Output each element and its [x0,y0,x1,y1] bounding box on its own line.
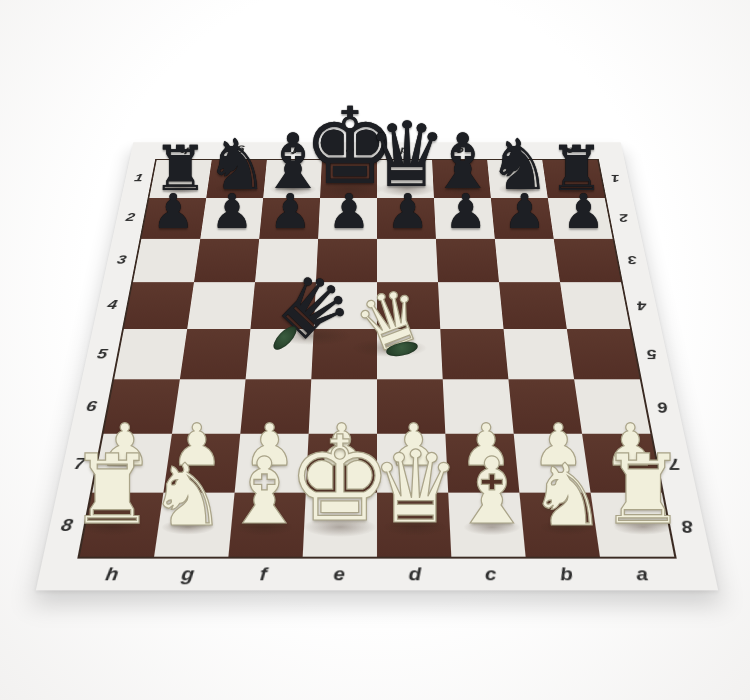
file-label-rotated: h [155,142,213,159]
square-h5[interactable] [114,329,187,379]
file-label-rotated: c [432,142,488,159]
square-b6[interactable] [508,379,582,433]
file-label: a [602,559,683,591]
square-a6[interactable] [574,379,650,433]
square-d2[interactable] [377,198,436,239]
square-h2[interactable] [141,198,206,239]
file-label-rotated: g [211,142,268,159]
file-label: f [224,559,302,591]
square-d1[interactable] [377,160,434,198]
square-h4[interactable] [124,282,194,329]
square-d7[interactable] [377,434,448,493]
square-h7[interactable] [92,434,172,493]
square-b2[interactable] [491,198,554,239]
square-g3[interactable] [194,239,259,283]
square-g8[interactable] [154,493,235,557]
file-label-rotated: d [377,142,432,159]
square-f8[interactable] [228,493,305,557]
board-grid [80,160,674,556]
square-e7[interactable] [306,434,377,493]
file-label-rotated: f [266,142,322,159]
square-f6[interactable] [240,379,311,433]
square-f1[interactable] [263,160,322,198]
square-a4[interactable] [560,282,630,329]
square-a8[interactable] [591,493,675,557]
square-g4[interactable] [187,282,255,329]
square-d8[interactable] [377,493,451,557]
square-h3[interactable] [133,239,200,283]
square-b7[interactable] [514,434,591,493]
square-a5[interactable] [567,329,640,379]
file-label-rotated: e [322,142,377,159]
square-f7[interactable] [235,434,309,493]
square-a1[interactable] [542,160,604,198]
square-f5[interactable] [246,329,314,379]
square-b3[interactable] [495,239,560,283]
square-g7[interactable] [163,434,240,493]
square-c8[interactable] [448,493,525,557]
file-label: h [71,559,152,591]
file-label-rotated: a [541,142,599,159]
square-f4[interactable] [250,282,316,329]
square-g1[interactable] [206,160,267,198]
square-d4[interactable] [377,282,440,329]
square-b8[interactable] [519,493,600,557]
square-h1[interactable] [149,160,211,198]
square-c4[interactable] [438,282,504,329]
square-d6[interactable] [377,379,445,433]
square-e1[interactable] [320,160,377,198]
square-c6[interactable] [443,379,514,433]
file-labels-bottom: hgfedcba [71,559,683,591]
square-b4[interactable] [499,282,567,329]
photo-stage: 12345678 12345678 hgfedcba hgfedcba ♜♞♝♚… [0,0,750,700]
square-g6[interactable] [172,379,246,433]
square-e6[interactable] [309,379,377,433]
square-c5[interactable] [440,329,508,379]
file-labels-top: hgfedcba [155,142,599,159]
square-c3[interactable] [436,239,499,283]
square-e2[interactable] [318,198,377,239]
square-c2[interactable] [434,198,495,239]
file-label-rotated: b [486,142,543,159]
square-e5[interactable] [311,329,377,379]
square-a2[interactable] [548,198,613,239]
square-b5[interactable] [504,329,575,379]
file-label: e [301,559,377,591]
file-label: g [148,559,228,591]
file-label: d [377,559,453,591]
square-h6[interactable] [104,379,180,433]
file-label: c [452,559,530,591]
square-f3[interactable] [255,239,318,283]
file-label: b [527,559,607,591]
square-c1[interactable] [432,160,491,198]
square-e4[interactable] [314,282,377,329]
square-h8[interactable] [80,493,164,557]
square-g5[interactable] [180,329,251,379]
square-e3[interactable] [316,239,377,283]
square-a3[interactable] [554,239,621,283]
square-g2[interactable] [200,198,263,239]
square-b1[interactable] [487,160,548,198]
playing-area [77,159,676,559]
square-d5[interactable] [377,329,443,379]
square-f2[interactable] [259,198,320,239]
chess-mat: 12345678 12345678 hgfedcba hgfedcba [36,142,718,590]
square-c7[interactable] [445,434,519,493]
square-a7[interactable] [582,434,662,493]
square-d3[interactable] [377,239,438,283]
square-e8[interactable] [303,493,377,557]
